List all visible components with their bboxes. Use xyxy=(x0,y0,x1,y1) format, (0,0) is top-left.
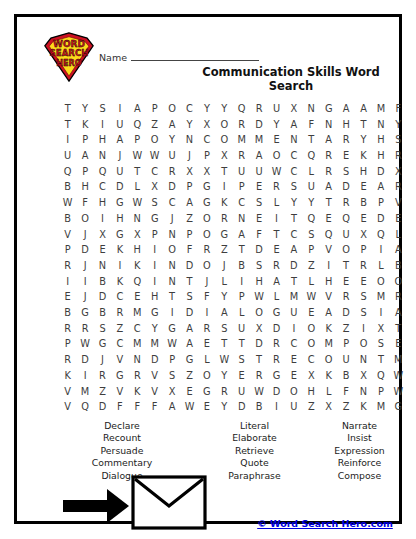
grid-cell: O xyxy=(303,321,320,337)
grid-cell: M xyxy=(372,289,389,305)
grid-cell: L xyxy=(129,179,146,195)
grid-cell: R xyxy=(111,305,128,321)
grid-cell: D xyxy=(181,305,198,321)
grid-cell: I xyxy=(146,274,163,290)
grid-cell: R xyxy=(337,132,354,148)
grid-cell: G xyxy=(111,368,128,384)
grid-cell: I xyxy=(268,399,285,415)
grid-cell: A xyxy=(390,305,407,321)
grid-cell: X xyxy=(94,227,111,243)
grid-cell: O xyxy=(216,132,233,148)
grid-cell: T xyxy=(216,164,233,180)
grid-cell: D xyxy=(94,399,111,415)
grid-cell: O xyxy=(163,242,180,258)
word-list-item: Recount xyxy=(47,432,197,444)
grid-cell: S xyxy=(181,289,198,305)
grid-cell: S xyxy=(146,195,163,211)
grid-cell: B xyxy=(94,274,111,290)
grid-cell: X xyxy=(355,227,372,243)
grid-cell: I xyxy=(233,274,250,290)
grid-cell: O xyxy=(390,274,407,290)
grid-cell: W xyxy=(163,336,180,352)
grid-cell: E xyxy=(129,289,146,305)
grid-cell: I xyxy=(372,242,389,258)
grid-cell: I xyxy=(76,368,93,384)
grid-cell: T xyxy=(390,321,407,337)
grid-cell: E xyxy=(355,274,372,290)
grid-cell: P xyxy=(59,336,76,352)
grid-cell: H xyxy=(94,132,111,148)
grid-cell: O xyxy=(250,305,267,321)
grid-cell: I xyxy=(76,274,93,290)
grid-cell: J xyxy=(198,274,215,290)
grid-cell: S xyxy=(303,227,320,243)
grid-cell: F xyxy=(390,101,407,117)
grid-cell: Y xyxy=(76,101,93,117)
grid-cell: H xyxy=(372,148,389,164)
grid-cell: E xyxy=(94,242,111,258)
grid-cell: A xyxy=(285,117,302,133)
grid-cell: N xyxy=(285,132,302,148)
name-label: Name xyxy=(99,52,127,63)
grid-cell: G xyxy=(111,227,128,243)
grid-cell: Z xyxy=(337,321,354,337)
grid-cell: J xyxy=(181,148,198,164)
word-list-item: Literal xyxy=(197,420,312,432)
grid-cell: T xyxy=(303,132,320,148)
grid-cell: J xyxy=(76,258,93,274)
grid-cell: V xyxy=(59,399,76,415)
grid-cell: T xyxy=(337,258,354,274)
grid-cell: M xyxy=(129,336,146,352)
grid-cell: Y xyxy=(216,101,233,117)
name-row: Name xyxy=(99,49,259,63)
grid-cell: C xyxy=(285,164,302,180)
grid-cell: W xyxy=(390,384,407,400)
grid-cell: F xyxy=(76,195,93,211)
grid-cell: I xyxy=(355,321,372,337)
grid-cell: E xyxy=(390,336,407,352)
grid-cell: T xyxy=(216,336,233,352)
grid-cell: W xyxy=(76,336,93,352)
grid-cell: Z xyxy=(337,399,354,415)
grid-cell: A xyxy=(320,305,337,321)
grid-cell: H xyxy=(355,164,372,180)
grid-cell: X xyxy=(303,368,320,384)
grid-cell: K xyxy=(355,399,372,415)
grid-cell: Y xyxy=(355,132,372,148)
grid-cell: O xyxy=(198,368,215,384)
grid-cell: U xyxy=(303,179,320,195)
grid-cell: D xyxy=(233,399,250,415)
grid-cell: A xyxy=(233,227,250,243)
grid-cell: B xyxy=(59,305,76,321)
grid-cell: A xyxy=(337,101,354,117)
grid-cell: W xyxy=(129,195,146,211)
grid-cell: F xyxy=(198,289,215,305)
grid-cell: E xyxy=(250,179,267,195)
grid-cell: R xyxy=(94,368,111,384)
grid-cell: T xyxy=(250,352,267,368)
grid-cell: S xyxy=(94,101,111,117)
grid-cell: T xyxy=(355,117,372,133)
grid-cell: N xyxy=(163,274,180,290)
grid-cell: S xyxy=(250,195,267,211)
grid-cell: D xyxy=(76,352,93,368)
grid-cell: S xyxy=(355,305,372,321)
grid-cell: B xyxy=(355,195,372,211)
grid-cell: A xyxy=(181,336,198,352)
grid-cell: E xyxy=(320,211,337,227)
grid-cell: J xyxy=(76,289,93,305)
grid-cell: G xyxy=(163,321,180,337)
grid-cell: C xyxy=(285,227,302,243)
grid-cell: R xyxy=(337,195,354,211)
grid-cell: G xyxy=(268,368,285,384)
grid-cell: R xyxy=(250,101,267,117)
grid-cell: G xyxy=(216,227,233,243)
grid-cell: C xyxy=(181,101,198,117)
grid-cell: B xyxy=(59,211,76,227)
grid-cell: X xyxy=(129,227,146,243)
grid-cell: N xyxy=(233,211,250,227)
grid-cell: F xyxy=(303,117,320,133)
grid-cell: K xyxy=(111,274,128,290)
grid-cell: V xyxy=(59,384,76,400)
word-list-column-2: LiteralElaborateRetrieveQuoteParaphrase xyxy=(197,420,312,482)
grid-cell: Q xyxy=(94,164,111,180)
grid-cell: Q xyxy=(129,117,146,133)
grid-cell: E xyxy=(181,384,198,400)
grid-cell: X xyxy=(250,321,267,337)
grid-cell: L xyxy=(303,274,320,290)
grid-cell: T xyxy=(285,211,302,227)
grid-cell: D xyxy=(163,179,180,195)
grid-cell: Q xyxy=(129,274,146,290)
grid-cell: V xyxy=(146,384,163,400)
grid-cell: C xyxy=(94,179,111,195)
grid-cell: W xyxy=(268,164,285,180)
word-list-item: Reinforce xyxy=(312,457,407,469)
grid-cell: C xyxy=(285,148,302,164)
grid-cell: R xyxy=(216,211,233,227)
grid-cell: K xyxy=(129,384,146,400)
grid-cell: X xyxy=(390,164,407,180)
grid-cell: Y xyxy=(146,321,163,337)
grid-cell: I xyxy=(59,274,76,290)
word-search-hero-logo: WORD SEARCH HERO xyxy=(43,32,95,82)
word-list-item: Persuade xyxy=(47,445,197,457)
grid-cell: O xyxy=(163,101,180,117)
grid-cell: S xyxy=(372,336,389,352)
grid-cell: Y xyxy=(216,399,233,415)
grid-cell: X xyxy=(198,117,215,133)
grid-cell: R xyxy=(268,336,285,352)
grid-cell: Y xyxy=(303,195,320,211)
word-list-column-3: NarrateInsistExpressionReinforceCompose xyxy=(312,420,407,482)
grid-cell: O xyxy=(337,242,354,258)
grid-cell: R xyxy=(129,368,146,384)
word-list-column-1: DeclareRecountPersuadeCommentaryDialogue xyxy=(47,420,197,482)
grid-cell: S xyxy=(337,164,354,180)
grid-cell: U xyxy=(337,352,354,368)
grid-cell: Z xyxy=(94,384,111,400)
grid-cell: Y xyxy=(163,132,180,148)
grid-cell: C xyxy=(163,195,180,211)
grid-cell: I xyxy=(59,132,76,148)
grid-cell: R xyxy=(355,258,372,274)
grid-cell: C xyxy=(111,336,128,352)
grid-cell: S xyxy=(94,321,111,337)
grid-cell: O xyxy=(320,352,337,368)
word-list-item: Elaborate xyxy=(197,432,312,444)
grid-cell: W xyxy=(216,352,233,368)
grid-cell: D xyxy=(146,352,163,368)
grid-cell: A xyxy=(285,242,302,258)
grid-cell: I xyxy=(216,179,233,195)
grid-cell: G xyxy=(198,195,215,211)
grid-cell: U xyxy=(111,164,128,180)
grid-cell: A xyxy=(390,242,407,258)
logo-line-1: WORD xyxy=(53,39,86,49)
grid-cell: K xyxy=(59,368,76,384)
grid-cell: F xyxy=(146,399,163,415)
grid-cell: D xyxy=(268,321,285,337)
grid-cell: P xyxy=(146,101,163,117)
grid-cell: R xyxy=(59,352,76,368)
grid-cell: A xyxy=(250,148,267,164)
grid-cell: U xyxy=(233,321,250,337)
grid-cell: O xyxy=(372,274,389,290)
grid-cell: N xyxy=(94,148,111,164)
grid-cell: S xyxy=(355,289,372,305)
grid-cell: R xyxy=(198,321,215,337)
grid-cell: D xyxy=(268,384,285,400)
grid-cell: D xyxy=(181,258,198,274)
grid-cell: N xyxy=(129,352,146,368)
grid-cell: Q xyxy=(59,164,76,180)
grid-cell: R xyxy=(320,164,337,180)
grid-cell: A xyxy=(216,305,233,321)
grid-cell: E xyxy=(233,368,250,384)
grid-cell: V xyxy=(59,227,76,243)
grid-cell: P xyxy=(198,148,215,164)
grid-cell: U xyxy=(268,101,285,117)
grid-cell: O xyxy=(198,258,215,274)
grid-cell: R xyxy=(233,117,250,133)
grid-cell: B xyxy=(59,179,76,195)
grid-cell: V xyxy=(390,195,407,211)
grid-cell: I xyxy=(198,305,215,321)
grid-cell: V xyxy=(111,384,128,400)
grid-cell: S xyxy=(233,352,250,368)
grid-cell: X xyxy=(198,164,215,180)
grid-cell: A xyxy=(111,132,128,148)
grid-cell: Q xyxy=(320,227,337,243)
grid-cell: P xyxy=(181,179,198,195)
grid-cell: W xyxy=(250,384,267,400)
grid-cell: Y xyxy=(198,101,215,117)
grid-cell: A xyxy=(372,179,389,195)
grid-cell: R xyxy=(216,384,233,400)
grid-cell: C xyxy=(303,352,320,368)
grid-cell: L xyxy=(320,384,337,400)
grid-cell: Q xyxy=(303,148,320,164)
grid-cell: K xyxy=(355,148,372,164)
grid-cell: H xyxy=(303,384,320,400)
grid-cell: X xyxy=(163,384,180,400)
grid-cell: L xyxy=(198,352,215,368)
grid-cell: Z xyxy=(216,242,233,258)
grid-cell: C xyxy=(285,336,302,352)
word-list-item: Quote xyxy=(197,457,312,469)
grid-cell: B xyxy=(94,305,111,321)
grid-cell: A xyxy=(320,132,337,148)
word-search-grid: TYSIAPOCYYQRUXNGAAMFTKIUQZAYXORDYAFNHTNY… xyxy=(59,101,407,415)
grid-cell: O xyxy=(268,148,285,164)
grid-cell: P xyxy=(372,195,389,211)
grid-cell: Y xyxy=(285,195,302,211)
grid-cell: C xyxy=(198,132,215,148)
grid-cell: L xyxy=(268,289,285,305)
grid-cell: U xyxy=(250,164,267,180)
grid-cell: C xyxy=(233,195,250,211)
grid-cell: Z xyxy=(111,321,128,337)
grid-cell: A xyxy=(355,101,372,117)
grid-cell: O xyxy=(355,336,372,352)
grid-cell: G xyxy=(181,352,198,368)
grid-cell: O xyxy=(303,336,320,352)
word-list-item: Expression xyxy=(312,445,407,457)
grid-cell: L xyxy=(303,164,320,180)
grid-cell: W xyxy=(146,148,163,164)
grid-cell: D xyxy=(94,289,111,305)
grid-cell: V xyxy=(320,289,337,305)
grid-cell: G xyxy=(198,179,215,195)
grid-cell: R xyxy=(163,164,180,180)
grid-cell: R xyxy=(268,179,285,195)
grid-cell: T xyxy=(181,274,198,290)
grid-cell: C xyxy=(146,164,163,180)
grid-cell: X xyxy=(320,399,337,415)
grid-cell: P xyxy=(76,132,93,148)
grid-cell: R xyxy=(76,321,93,337)
grid-cell: D xyxy=(76,242,93,258)
grid-cell: W xyxy=(390,368,407,384)
grid-cell: Q xyxy=(303,211,320,227)
grid-cell: D xyxy=(250,242,267,258)
grid-cell: J xyxy=(216,258,233,274)
grid-cell: W xyxy=(181,399,198,415)
grid-cell: H xyxy=(320,274,337,290)
grid-cell: R xyxy=(250,368,267,384)
grid-cell: T xyxy=(129,164,146,180)
grid-cell: N xyxy=(163,227,180,243)
grid-cell: C xyxy=(129,321,146,337)
grid-cell: T xyxy=(320,195,337,211)
grid-cell: G xyxy=(320,101,337,117)
grid-cell: X xyxy=(146,179,163,195)
grid-cell: E xyxy=(268,132,285,148)
grid-cell: D xyxy=(285,258,302,274)
grid-cell: N xyxy=(129,211,146,227)
grid-cell: M xyxy=(372,399,389,415)
grid-cell: U xyxy=(163,148,180,164)
grid-cell: Q xyxy=(76,399,93,415)
grid-cell: E xyxy=(250,211,267,227)
grid-cell: T xyxy=(59,101,76,117)
grid-cell: R xyxy=(59,321,76,337)
grid-cell: I xyxy=(94,211,111,227)
grid-cell: P xyxy=(233,179,250,195)
grid-cell: L xyxy=(233,305,250,321)
grid-cell: K xyxy=(320,368,337,384)
grid-cell: W xyxy=(129,148,146,164)
grid-cell: U xyxy=(233,384,250,400)
logo-line-2: SEARCH xyxy=(50,48,89,58)
grid-cell: D xyxy=(111,179,128,195)
grid-cell: E xyxy=(355,179,372,195)
envelope-icon xyxy=(131,475,207,534)
grid-cell: O xyxy=(198,211,215,227)
grid-cell: G xyxy=(268,305,285,321)
grid-cell: T xyxy=(59,117,76,133)
grid-cell: I xyxy=(146,242,163,258)
grid-cell: J xyxy=(163,211,180,227)
grid-cell: K xyxy=(320,321,337,337)
grid-cell: E xyxy=(198,399,215,415)
grid-cell: L xyxy=(216,274,233,290)
word-list-item: Narrate xyxy=(312,420,407,432)
grid-cell: A xyxy=(268,274,285,290)
grid-cell: B xyxy=(337,368,354,384)
grid-cell: I xyxy=(268,211,285,227)
grid-cell: T xyxy=(285,274,302,290)
grid-cell: J xyxy=(76,227,93,243)
grid-cell: Z xyxy=(146,117,163,133)
grid-cell: E xyxy=(303,305,320,321)
footer-site-link[interactable]: © Word Search Hero.com xyxy=(257,518,393,529)
grid-cell: S xyxy=(250,258,267,274)
grid-cell: R xyxy=(198,242,215,258)
grid-cell: G xyxy=(198,384,215,400)
grid-cell: U xyxy=(285,399,302,415)
grid-cell: M xyxy=(233,132,250,148)
grid-cell: R xyxy=(390,179,407,195)
grid-cell: N xyxy=(181,132,198,148)
grid-cell: M xyxy=(372,101,389,117)
grid-cell: F xyxy=(129,399,146,415)
grid-cell: I xyxy=(94,117,111,133)
grid-cell: K xyxy=(129,258,146,274)
grid-cell: X xyxy=(181,164,198,180)
grid-cell: D xyxy=(372,211,389,227)
grid-cell: P xyxy=(129,132,146,148)
grid-cell: D xyxy=(372,164,389,180)
grid-cell: T xyxy=(163,289,180,305)
grid-cell: Y xyxy=(268,117,285,133)
arrow-right-icon xyxy=(63,489,129,527)
grid-cell: W xyxy=(303,289,320,305)
grid-cell: Q xyxy=(233,101,250,117)
grid-cell: M xyxy=(320,336,337,352)
grid-cell: H xyxy=(250,274,267,290)
grid-cell: O xyxy=(146,132,163,148)
grid-cell: N xyxy=(320,117,337,133)
grid-cell: P xyxy=(181,227,198,243)
grid-cell: H xyxy=(76,179,93,195)
grid-cell: A xyxy=(163,399,180,415)
